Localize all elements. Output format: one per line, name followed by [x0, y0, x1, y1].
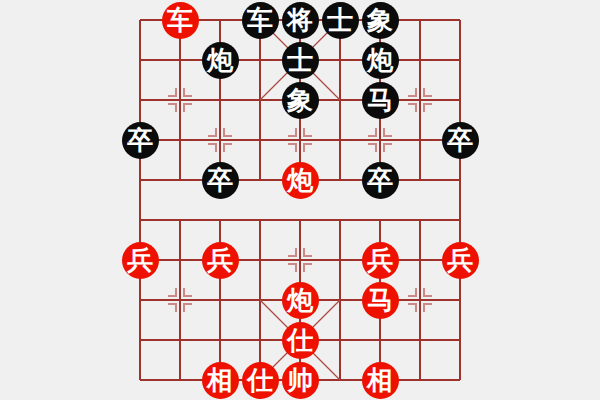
- board-point[interactable]: [240, 240, 280, 280]
- board-point[interactable]: 炮: [360, 40, 400, 80]
- board-point[interactable]: 兵: [360, 240, 400, 280]
- board-point[interactable]: [120, 200, 160, 240]
- board-point[interactable]: 卒: [360, 160, 400, 200]
- black-advisor[interactable]: 士: [282, 42, 319, 79]
- board-point[interactable]: 车: [240, 0, 280, 40]
- board-point[interactable]: [320, 40, 360, 80]
- board-point[interactable]: [440, 360, 480, 400]
- board-point[interactable]: [200, 200, 240, 240]
- board-point[interactable]: [120, 160, 160, 200]
- board-point[interactable]: [320, 280, 360, 320]
- black-pawn[interactable]: 卒: [442, 122, 479, 159]
- board-point[interactable]: [280, 200, 320, 240]
- board-point[interactable]: [200, 120, 240, 160]
- board-point[interactable]: [400, 240, 440, 280]
- board-point[interactable]: [320, 200, 360, 240]
- board-point[interactable]: [440, 280, 480, 320]
- board-point[interactable]: [440, 160, 480, 200]
- board-point[interactable]: 炮: [280, 280, 320, 320]
- board-point[interactable]: [120, 0, 160, 40]
- red-elephant[interactable]: 相: [362, 362, 399, 399]
- board-point[interactable]: [360, 320, 400, 360]
- xiangqi-board: 车车将士象炮士炮象马卒卒卒炮卒兵兵兵兵炮马仕相仕帅相: [120, 0, 480, 400]
- red-pawn[interactable]: 兵: [362, 242, 399, 279]
- board-point[interactable]: [400, 360, 440, 400]
- board-point[interactable]: 兵: [200, 240, 240, 280]
- red-king[interactable]: 帅: [282, 362, 319, 399]
- board-point[interactable]: [160, 200, 200, 240]
- board-point[interactable]: [160, 40, 200, 80]
- board-point[interactable]: [160, 280, 200, 320]
- board-point[interactable]: [400, 160, 440, 200]
- red-horse[interactable]: 马: [362, 282, 399, 319]
- board-point[interactable]: [320, 240, 360, 280]
- board-point[interactable]: [120, 320, 160, 360]
- board-point[interactable]: 帅: [280, 360, 320, 400]
- board-point[interactable]: 卒: [120, 120, 160, 160]
- board-point[interactable]: 炮: [200, 40, 240, 80]
- xiangqi-app: 车车将士象炮士炮象马卒卒卒炮卒兵兵兵兵炮马仕相仕帅相: [0, 0, 600, 400]
- board-point[interactable]: [120, 280, 160, 320]
- black-king[interactable]: 将: [282, 2, 319, 39]
- board-point[interactable]: [400, 0, 440, 40]
- board-point[interactable]: [240, 40, 280, 80]
- board-point[interactable]: [440, 320, 480, 360]
- board-point[interactable]: 马: [360, 280, 400, 320]
- board-point[interactable]: 炮: [280, 160, 320, 200]
- board-point[interactable]: [200, 80, 240, 120]
- board-point[interactable]: 车: [160, 0, 200, 40]
- board-point[interactable]: [400, 280, 440, 320]
- board-point[interactable]: 将: [280, 0, 320, 40]
- board-point[interactable]: [280, 120, 320, 160]
- board-point[interactable]: [160, 360, 200, 400]
- black-pawn[interactable]: 卒: [362, 162, 399, 199]
- board-point[interactable]: [400, 80, 440, 120]
- board-point[interactable]: [360, 200, 400, 240]
- board-point[interactable]: 卒: [200, 160, 240, 200]
- board-point[interactable]: [160, 160, 200, 200]
- board-point[interactable]: [240, 320, 280, 360]
- board-point[interactable]: 象: [360, 0, 400, 40]
- red-pawn[interactable]: 兵: [122, 242, 159, 279]
- board-point[interactable]: [120, 360, 160, 400]
- red-advisor[interactable]: 仕: [282, 322, 319, 359]
- red-pawn[interactable]: 兵: [202, 242, 239, 279]
- board-point[interactable]: [240, 160, 280, 200]
- board-point[interactable]: [120, 80, 160, 120]
- board-point[interactable]: 仕: [240, 360, 280, 400]
- board-point[interactable]: [200, 320, 240, 360]
- board-point[interactable]: [280, 240, 320, 280]
- black-advisor[interactable]: 士: [322, 2, 359, 39]
- black-cannon[interactable]: 炮: [202, 42, 239, 79]
- black-elephant[interactable]: 象: [362, 2, 399, 39]
- board-point[interactable]: [440, 80, 480, 120]
- board-point[interactable]: [320, 320, 360, 360]
- board-point[interactable]: [400, 200, 440, 240]
- board-point[interactable]: 相: [200, 360, 240, 400]
- board-point[interactable]: [240, 280, 280, 320]
- board-point[interactable]: [320, 360, 360, 400]
- board-point[interactable]: [400, 120, 440, 160]
- board-point[interactable]: [120, 40, 160, 80]
- board-point[interactable]: [400, 40, 440, 80]
- board-point[interactable]: [440, 0, 480, 40]
- board-point[interactable]: [240, 80, 280, 120]
- board-point[interactable]: [320, 80, 360, 120]
- black-cannon[interactable]: 炮: [362, 42, 399, 79]
- board-point[interactable]: 兵: [120, 240, 160, 280]
- board-point[interactable]: 仕: [280, 320, 320, 360]
- board-point[interactable]: [360, 120, 400, 160]
- black-pawn[interactable]: 卒: [202, 162, 239, 199]
- board-point[interactable]: 象: [280, 80, 320, 120]
- black-elephant[interactable]: 象: [282, 82, 319, 119]
- board-point[interactable]: [240, 200, 280, 240]
- red-advisor[interactable]: 仕: [242, 362, 279, 399]
- board-point[interactable]: [160, 320, 200, 360]
- board-point[interactable]: [400, 320, 440, 360]
- board-point[interactable]: [320, 160, 360, 200]
- black-chariot[interactable]: 车: [242, 2, 279, 39]
- board-point[interactable]: [200, 280, 240, 320]
- board-point[interactable]: [160, 240, 200, 280]
- red-cannon[interactable]: 炮: [282, 162, 319, 199]
- board-point[interactable]: [160, 80, 200, 120]
- red-cannon[interactable]: 炮: [282, 282, 319, 319]
- board-point[interactable]: 士: [320, 0, 360, 40]
- board-point[interactable]: [160, 120, 200, 160]
- board-point[interactable]: [440, 200, 480, 240]
- red-chariot[interactable]: 车: [162, 2, 199, 39]
- red-elephant[interactable]: 相: [202, 362, 239, 399]
- black-horse[interactable]: 马: [362, 82, 399, 119]
- board-point[interactable]: 卒: [440, 120, 480, 160]
- board-point[interactable]: 兵: [440, 240, 480, 280]
- board-point[interactable]: [240, 120, 280, 160]
- board-point[interactable]: [440, 40, 480, 80]
- board-point[interactable]: 士: [280, 40, 320, 80]
- red-pawn[interactable]: 兵: [442, 242, 479, 279]
- black-pawn[interactable]: 卒: [122, 122, 159, 159]
- board-point[interactable]: [200, 0, 240, 40]
- board-point[interactable]: [320, 120, 360, 160]
- board-point[interactable]: 相: [360, 360, 400, 400]
- board-point[interactable]: 马: [360, 80, 400, 120]
